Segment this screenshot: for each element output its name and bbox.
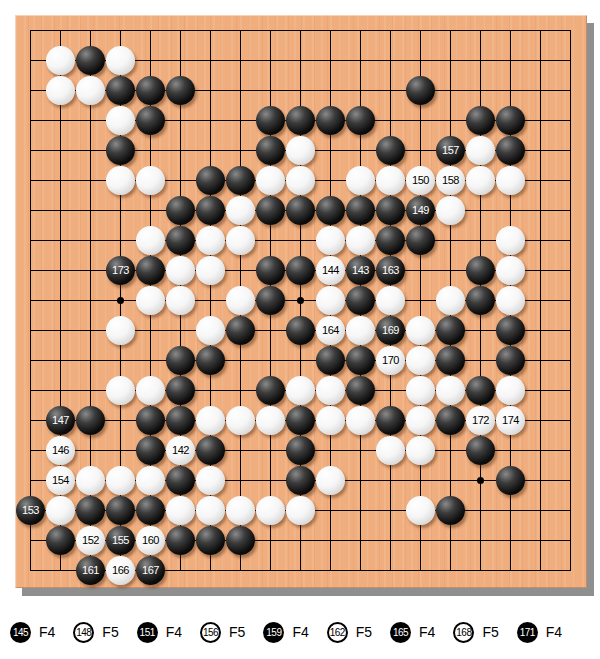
move-chip: 148F5: [73, 622, 118, 643]
go-stone[interactable]: [106, 136, 135, 165]
stone-move-number: 166: [112, 564, 129, 576]
go-stone[interactable]: [346, 226, 375, 255]
go-stone[interactable]: [466, 436, 495, 465]
stone-move-number: 152: [82, 534, 99, 546]
go-stone[interactable]: [346, 406, 375, 435]
go-stone[interactable]: [166, 376, 195, 405]
go-stone[interactable]: [286, 496, 315, 525]
go-stone[interactable]: [466, 286, 495, 315]
go-stone[interactable]: [256, 286, 285, 315]
go-stone[interactable]: [196, 466, 225, 495]
go-stone[interactable]: [136, 256, 165, 285]
go-stone[interactable]: [286, 166, 315, 195]
go-stone[interactable]: [436, 316, 465, 345]
star-point: [117, 297, 124, 304]
go-stone[interactable]: [496, 166, 525, 195]
go-stone[interactable]: [466, 136, 495, 165]
stone-move-number: 158: [442, 174, 459, 186]
go-stone[interactable]: [496, 316, 525, 345]
go-stone[interactable]: [466, 106, 495, 135]
go-stone[interactable]: [136, 436, 165, 465]
go-stone[interactable]: [346, 286, 375, 315]
stone-move-number: 147: [52, 414, 69, 426]
stone-move-number: 160: [142, 534, 159, 546]
go-stone[interactable]: [406, 76, 435, 105]
move-number: 165: [390, 622, 411, 643]
go-stone[interactable]: 149: [406, 196, 435, 225]
go-stone[interactable]: [286, 436, 315, 465]
go-stone[interactable]: [286, 256, 315, 285]
go-stone[interactable]: [166, 286, 195, 315]
go-stone[interactable]: [166, 496, 195, 525]
go-stone[interactable]: [196, 496, 225, 525]
go-stone[interactable]: [436, 286, 465, 315]
go-stone[interactable]: [376, 436, 405, 465]
go-stone[interactable]: [256, 256, 285, 285]
move-point: F4: [419, 624, 435, 640]
stone-move-number: 153: [22, 504, 39, 516]
go-stone[interactable]: [346, 106, 375, 135]
go-stone[interactable]: 158: [436, 166, 465, 195]
go-stone[interactable]: [346, 316, 375, 345]
go-stone[interactable]: 173: [106, 256, 135, 285]
go-stone[interactable]: [166, 196, 195, 225]
go-stone[interactable]: [316, 466, 345, 495]
go-stone[interactable]: 147: [46, 406, 75, 435]
go-stone[interactable]: [196, 346, 225, 375]
go-stone[interactable]: [496, 346, 525, 375]
go-stone[interactable]: [136, 286, 165, 315]
go-stone[interactable]: [316, 406, 345, 435]
move-number: 148: [73, 622, 94, 643]
go-stone[interactable]: 163: [376, 256, 405, 285]
star-point: [297, 297, 304, 304]
go-stone[interactable]: [106, 466, 135, 495]
go-stone[interactable]: [136, 376, 165, 405]
go-stone[interactable]: 146: [46, 436, 75, 465]
stone-move-number: 149: [412, 204, 429, 216]
stone-move-number: 155: [112, 534, 129, 546]
go-stone[interactable]: [286, 136, 315, 165]
go-stone[interactable]: [136, 166, 165, 195]
go-stone[interactable]: [256, 166, 285, 195]
go-stone[interactable]: [496, 286, 525, 315]
stone-move-number: 173: [112, 264, 129, 276]
move-chip: 171F4: [517, 622, 562, 643]
move-chip: 151F4: [137, 622, 182, 643]
go-stone[interactable]: [106, 76, 135, 105]
go-stone[interactable]: [316, 376, 345, 405]
go-stone[interactable]: [226, 496, 255, 525]
go-stone[interactable]: [106, 496, 135, 525]
go-stone[interactable]: [436, 346, 465, 375]
move-list: 145F4148F5151F4156F5159F4162F5165F4168F5…: [10, 620, 580, 644]
go-stone[interactable]: [286, 316, 315, 345]
go-stone[interactable]: [166, 406, 195, 435]
go-stone[interactable]: 152: [76, 526, 105, 555]
stone-move-number: 169: [382, 324, 399, 336]
move-number: 162: [327, 622, 348, 643]
go-stone[interactable]: [346, 166, 375, 195]
go-stone[interactable]: [406, 406, 435, 435]
go-stone[interactable]: [106, 166, 135, 195]
move-point: F5: [356, 624, 372, 640]
go-stone[interactable]: [76, 496, 105, 525]
go-stone[interactable]: [286, 196, 315, 225]
go-stone[interactable]: [136, 76, 165, 105]
stone-move-number: 142: [172, 444, 189, 456]
move-number: 171: [517, 622, 538, 643]
stone-move-number: 174: [502, 414, 519, 426]
go-stone[interactable]: [286, 406, 315, 435]
go-stone[interactable]: [466, 376, 495, 405]
stone-move-number: 154: [52, 474, 69, 486]
go-stone[interactable]: [496, 466, 525, 495]
go-stone[interactable]: 143: [346, 256, 375, 285]
go-stone[interactable]: 144: [316, 256, 345, 285]
go-stone[interactable]: [136, 496, 165, 525]
go-stone[interactable]: [196, 166, 225, 195]
move-chip: 165F4: [390, 622, 435, 643]
go-stone[interactable]: [466, 256, 495, 285]
go-stone[interactable]: [256, 496, 285, 525]
go-stone[interactable]: 170: [376, 346, 405, 375]
move-point: F5: [482, 624, 498, 640]
move-chip: 168F5: [453, 622, 498, 643]
go-stone[interactable]: 167: [136, 556, 165, 585]
go-stone[interactable]: 157: [436, 136, 465, 165]
go-stone[interactable]: [496, 256, 525, 285]
go-stone[interactable]: 164: [316, 316, 345, 345]
move-chip: 162F5: [327, 622, 372, 643]
stone-move-number: 144: [322, 264, 339, 276]
go-stone[interactable]: [226, 196, 255, 225]
go-stone[interactable]: [256, 406, 285, 435]
go-stone[interactable]: [496, 136, 525, 165]
go-stone[interactable]: [46, 46, 75, 75]
go-stone[interactable]: [376, 136, 405, 165]
go-stone[interactable]: [196, 256, 225, 285]
stone-move-number: 167: [142, 564, 159, 576]
move-point: F4: [39, 624, 55, 640]
go-stone[interactable]: [376, 286, 405, 315]
go-stone[interactable]: 155: [106, 526, 135, 555]
stone-move-number: 163: [382, 264, 399, 276]
move-number: 151: [137, 622, 158, 643]
go-stone[interactable]: [286, 376, 315, 405]
move-point: F5: [102, 624, 118, 640]
move-chip: 159F4: [263, 622, 308, 643]
move-number: 159: [263, 622, 284, 643]
go-stone[interactable]: [346, 196, 375, 225]
go-stone[interactable]: [406, 346, 435, 375]
go-stone[interactable]: [376, 226, 405, 255]
move-number: 145: [10, 622, 31, 643]
go-stone[interactable]: 169: [376, 316, 405, 345]
go-stone[interactable]: [226, 406, 255, 435]
go-stone[interactable]: [76, 406, 105, 435]
go-stone[interactable]: [406, 316, 435, 345]
go-stone[interactable]: 142: [166, 436, 195, 465]
go-stone[interactable]: [316, 286, 345, 315]
go-stone[interactable]: [286, 466, 315, 495]
go-stone[interactable]: [256, 376, 285, 405]
go-stone[interactable]: [166, 466, 195, 495]
go-board[interactable]: 1571501581491731441431631641691701471721…: [15, 15, 587, 588]
move-point: F4: [546, 624, 562, 640]
stone-move-number: 164: [322, 324, 339, 336]
go-stone[interactable]: [136, 106, 165, 135]
move-number: 168: [453, 622, 474, 643]
go-stone[interactable]: [106, 106, 135, 135]
go-stone[interactable]: [106, 376, 135, 405]
go-stone[interactable]: 174: [496, 406, 525, 435]
go-stone[interactable]: 153: [16, 496, 45, 525]
go-stone[interactable]: [496, 376, 525, 405]
go-stone[interactable]: [436, 496, 465, 525]
go-stone[interactable]: [166, 346, 195, 375]
stone-move-number: 157: [442, 144, 459, 156]
go-stone[interactable]: [466, 166, 495, 195]
go-stone[interactable]: [346, 376, 375, 405]
go-stone[interactable]: [256, 196, 285, 225]
go-stone[interactable]: [316, 196, 345, 225]
go-stone[interactable]: 160: [136, 526, 165, 555]
go-stone[interactable]: [196, 226, 225, 255]
go-stone[interactable]: [406, 496, 435, 525]
go-stone[interactable]: [226, 286, 255, 315]
go-stone[interactable]: [406, 226, 435, 255]
star-point: [477, 477, 484, 484]
go-stone[interactable]: [226, 526, 255, 555]
go-stone[interactable]: [376, 166, 405, 195]
go-stone[interactable]: 166: [106, 556, 135, 585]
stone-move-number: 146: [52, 444, 69, 456]
go-stone[interactable]: 172: [466, 406, 495, 435]
go-stone[interactable]: [76, 466, 105, 495]
go-stone[interactable]: [196, 436, 225, 465]
go-stone[interactable]: [226, 316, 255, 345]
go-stone[interactable]: [316, 106, 345, 135]
go-stone[interactable]: [46, 496, 75, 525]
go-stone[interactable]: [106, 316, 135, 345]
go-stone[interactable]: [196, 196, 225, 225]
stone-move-number: 150: [412, 174, 429, 186]
go-stone[interactable]: 161: [76, 556, 105, 585]
go-stone[interactable]: [256, 106, 285, 135]
go-stone[interactable]: [226, 166, 255, 195]
move-point: F5: [229, 624, 245, 640]
go-stone[interactable]: [196, 316, 225, 345]
go-stone[interactable]: [106, 46, 135, 75]
go-stone[interactable]: 150: [406, 166, 435, 195]
go-stone[interactable]: [376, 406, 405, 435]
go-stone[interactable]: [166, 226, 195, 255]
move-number: 156: [200, 622, 221, 643]
go-stone[interactable]: [136, 406, 165, 435]
go-stone[interactable]: [496, 226, 525, 255]
go-stone[interactable]: [46, 526, 75, 555]
go-stone[interactable]: [316, 346, 345, 375]
move-chip: 145F4: [10, 622, 55, 643]
go-stone[interactable]: [76, 46, 105, 75]
stone-move-number: 161: [82, 564, 99, 576]
move-point: F4: [166, 624, 182, 640]
go-stone[interactable]: [496, 106, 525, 135]
go-stone[interactable]: [226, 226, 255, 255]
go-stone[interactable]: [406, 376, 435, 405]
go-stone[interactable]: [76, 76, 105, 105]
stone-move-number: 143: [352, 264, 369, 276]
go-stone[interactable]: [46, 76, 75, 105]
go-stone[interactable]: [286, 106, 315, 135]
go-stone[interactable]: [436, 406, 465, 435]
go-stone[interactable]: 154: [46, 466, 75, 495]
go-stone[interactable]: [196, 526, 225, 555]
go-stone[interactable]: [436, 196, 465, 225]
go-stone[interactable]: [406, 436, 435, 465]
go-stone[interactable]: [166, 526, 195, 555]
go-stone[interactable]: [316, 226, 345, 255]
stone-move-number: 172: [472, 414, 489, 426]
go-stone[interactable]: [166, 256, 195, 285]
go-stone[interactable]: [166, 76, 195, 105]
go-stone[interactable]: [346, 346, 375, 375]
stone-move-number: 170: [382, 354, 399, 366]
go-stone[interactable]: [376, 196, 405, 225]
go-stone[interactable]: [436, 376, 465, 405]
go-stone[interactable]: [136, 226, 165, 255]
go-stone[interactable]: [136, 466, 165, 495]
move-chip: 156F5: [200, 622, 245, 643]
go-stone[interactable]: [196, 406, 225, 435]
move-point: F4: [292, 624, 308, 640]
go-stone[interactable]: [256, 136, 285, 165]
